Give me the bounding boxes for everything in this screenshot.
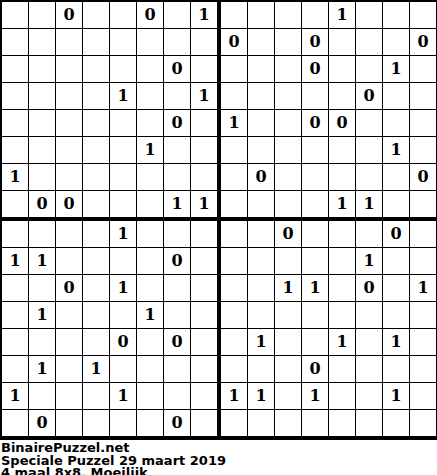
cell-top-left-r3c1[interactable]	[2, 56, 28, 82]
cell-bottom-right-r7c5[interactable]	[329, 383, 355, 409]
cell-bottom-right-r3c4: 1	[302, 275, 328, 301]
cell-top-left-r5c5[interactable]	[110, 110, 136, 136]
cell-bottom-left-r1c4[interactable]	[83, 221, 109, 247]
cell-bottom-left-r4c1[interactable]	[2, 302, 28, 328]
cell-top-left-r6c2[interactable]	[29, 137, 55, 163]
cell-bottom-right-r7c2: 1	[248, 383, 274, 409]
cell-bottom-left-r4c5[interactable]	[110, 302, 136, 328]
cell-top-left-r3c4[interactable]	[83, 56, 109, 82]
cell-top-left-r1c1[interactable]	[2, 2, 28, 28]
cell-bottom-right-r4c6[interactable]	[356, 302, 382, 328]
cell-bottom-left-r7c7[interactable]	[164, 383, 190, 409]
cell-bottom-right-r6c5[interactable]	[329, 356, 355, 382]
cell-bottom-left-r5c1[interactable]	[2, 329, 28, 355]
cell-bottom-right-r4c4[interactable]	[302, 302, 328, 328]
cell-top-left-r7c4[interactable]	[83, 164, 109, 190]
cell-top-right-r6c7: 1	[383, 137, 409, 163]
cell-bottom-right-r2c1[interactable]	[221, 248, 247, 274]
cell-bottom-right-r5c8[interactable]	[410, 329, 436, 355]
cell-bottom-left-r5c2[interactable]	[29, 329, 55, 355]
cell-bottom-right-r4c3[interactable]	[275, 302, 301, 328]
cell-top-left-r4c8: 1	[191, 83, 217, 109]
cell-bottom-left-r5c4[interactable]	[83, 329, 109, 355]
cell-top-left-r8c4[interactable]	[83, 191, 109, 217]
cell-top-left-r3c6[interactable]	[137, 56, 163, 82]
cell-top-right-r7c5[interactable]	[329, 164, 355, 190]
cell-top-left-r1c7[interactable]	[164, 2, 190, 28]
cell-bottom-right-r5c6[interactable]	[356, 329, 382, 355]
cell-bottom-left-r3c6[interactable]	[137, 275, 163, 301]
cell-top-right-r3c5[interactable]	[329, 56, 355, 82]
cell-top-right-r7c2: 0	[248, 164, 274, 190]
cell-top-left-r3c3[interactable]	[56, 56, 82, 82]
cell-top-left-r1c6: 0	[137, 2, 163, 28]
cell-top-left-r4c5: 1	[110, 83, 136, 109]
cell-top-right-r5c1: 1	[221, 110, 247, 136]
cell-top-left-r5c6[interactable]	[137, 110, 163, 136]
cell-bottom-left-r5c8[interactable]	[191, 329, 217, 355]
cell-bottom-right-r7c7: 1	[383, 383, 409, 409]
cell-top-right-r4c3[interactable]	[275, 83, 301, 109]
cell-top-right-r8c7[interactable]	[383, 191, 409, 217]
cell-bottom-left-r6c7[interactable]	[164, 356, 190, 382]
board-top-right: 100001010010011	[221, 2, 437, 221]
cell-bottom-right-r4c7[interactable]	[383, 302, 409, 328]
cell-top-right-r6c8[interactable]	[410, 137, 436, 163]
cell-top-left-r6c7[interactable]	[164, 137, 190, 163]
cell-top-right-r5c4: 0	[302, 110, 328, 136]
puzzle-format: 4 maal 8x8, Moeilijk	[1, 467, 437, 475]
cell-top-right-r2c4: 0	[302, 29, 328, 55]
cell-top-right-r3c7: 1	[383, 56, 409, 82]
cell-bottom-left-r3c8[interactable]	[191, 275, 217, 301]
cell-top-right-r8c8[interactable]	[410, 191, 436, 217]
cell-bottom-left-r3c3: 0	[56, 275, 82, 301]
board-bottom-right: 001110111101111	[221, 221, 437, 440]
cell-bottom-right-r8c2[interactable]	[248, 410, 274, 436]
cell-top-left-r2c6[interactable]	[137, 29, 163, 55]
cell-bottom-left-r3c1[interactable]	[2, 275, 28, 301]
cell-bottom-left-r1c8[interactable]	[191, 221, 217, 247]
cell-bottom-right-r3c2[interactable]	[248, 275, 274, 301]
cell-bottom-left-r2c1: 1	[2, 248, 28, 274]
cell-top-left-r8c7: 1	[164, 191, 190, 217]
cell-top-right-r3c8[interactable]	[410, 56, 436, 82]
cell-top-left-r1c8: 1	[191, 2, 217, 28]
cell-top-right-r1c1[interactable]	[221, 2, 247, 28]
cell-top-left-r5c7: 0	[164, 110, 190, 136]
cell-bottom-right-r1c6[interactable]	[356, 221, 382, 247]
cell-bottom-left-r6c1[interactable]	[2, 356, 28, 382]
board-bottom-left: 1110011100111100	[2, 221, 221, 440]
cell-top-right-r2c8: 0	[410, 29, 436, 55]
cell-bottom-right-r5c7: 1	[383, 329, 409, 355]
cell-top-right-r2c3[interactable]	[275, 29, 301, 55]
cell-top-right-r6c2[interactable]	[248, 137, 274, 163]
cell-top-left-r1c4[interactable]	[83, 2, 109, 28]
cell-top-right-r8c2[interactable]	[248, 191, 274, 217]
cell-bottom-left-r1c6[interactable]	[137, 221, 163, 247]
cell-top-right-r3c6[interactable]	[356, 56, 382, 82]
cell-bottom-left-r7c5: 1	[110, 383, 136, 409]
cell-top-right-r3c2[interactable]	[248, 56, 274, 82]
cell-top-left-r1c3: 0	[56, 2, 82, 28]
cell-top-right-r8c3[interactable]	[275, 191, 301, 217]
cell-top-right-r1c5: 1	[329, 2, 355, 28]
cell-top-right-r1c3[interactable]	[275, 2, 301, 28]
cell-top-left-r4c1[interactable]	[2, 83, 28, 109]
cell-bottom-right-r6c2[interactable]	[248, 356, 274, 382]
cell-top-left-r7c7[interactable]	[164, 164, 190, 190]
cell-bottom-right-r3c7[interactable]	[383, 275, 409, 301]
cell-bottom-right-r3c5[interactable]	[329, 275, 355, 301]
cell-top-left-r6c6: 1	[137, 137, 163, 163]
cell-top-left-r2c5[interactable]	[110, 29, 136, 55]
cell-top-left-r4c3[interactable]	[56, 83, 82, 109]
cell-bottom-right-r8c4[interactable]	[302, 410, 328, 436]
cell-bottom-right-r8c7[interactable]	[383, 410, 409, 436]
cell-bottom-left-r1c5: 1	[110, 221, 136, 247]
cell-bottom-left-r8c7: 0	[164, 410, 190, 436]
cell-bottom-left-r3c7[interactable]	[164, 275, 190, 301]
cell-top-right-r5c3[interactable]	[275, 110, 301, 136]
cell-bottom-left-r4c3[interactable]	[56, 302, 82, 328]
cell-top-left-r4c6[interactable]	[137, 83, 163, 109]
cell-top-left-r3c5[interactable]	[110, 56, 136, 82]
cell-top-right-r6c3[interactable]	[275, 137, 301, 163]
cell-bottom-left-r6c3[interactable]	[56, 356, 82, 382]
cell-bottom-left-r7c3[interactable]	[56, 383, 82, 409]
cell-bottom-right-r6c4: 0	[302, 356, 328, 382]
cell-top-right-r8c6: 1	[356, 191, 382, 217]
cell-top-right-r1c6[interactable]	[356, 2, 382, 28]
cell-bottom-right-r2c5[interactable]	[329, 248, 355, 274]
cell-top-right-r2c7[interactable]	[383, 29, 409, 55]
cell-bottom-right-r1c1[interactable]	[221, 221, 247, 247]
cell-top-right-r1c8[interactable]	[410, 2, 436, 28]
cell-bottom-left-r6c4: 1	[83, 356, 109, 382]
cell-top-right-r2c5[interactable]	[329, 29, 355, 55]
cell-bottom-left-r8c5[interactable]	[110, 410, 136, 436]
cell-bottom-left-r7c2[interactable]	[29, 383, 55, 409]
cell-top-left-r6c8[interactable]	[191, 137, 217, 163]
cell-bottom-left-r4c8[interactable]	[191, 302, 217, 328]
cell-bottom-right-r7c8[interactable]	[410, 383, 436, 409]
cell-bottom-right-r6c3[interactable]	[275, 356, 301, 382]
cell-top-left-r4c2[interactable]	[29, 83, 55, 109]
cell-bottom-left-r6c5[interactable]	[110, 356, 136, 382]
cell-top-left-r6c3[interactable]	[56, 137, 82, 163]
cell-top-right-r2c6[interactable]	[356, 29, 382, 55]
cell-top-right-r7c4[interactable]	[302, 164, 328, 190]
cell-top-left-r5c4[interactable]	[83, 110, 109, 136]
cell-bottom-left-r6c2: 1	[29, 356, 55, 382]
cell-bottom-left-r8c2: 0	[29, 410, 55, 436]
cell-bottom-right-r4c8[interactable]	[410, 302, 436, 328]
cell-bottom-left-r3c4[interactable]	[83, 275, 109, 301]
cell-top-left-r2c7[interactable]	[164, 29, 190, 55]
cell-top-right-r7c7[interactable]	[383, 164, 409, 190]
cell-bottom-left-r8c8[interactable]	[191, 410, 217, 436]
cell-bottom-right-r6c7[interactable]	[383, 356, 409, 382]
cell-bottom-left-r8c6[interactable]	[137, 410, 163, 436]
cell-top-right-r6c5[interactable]	[329, 137, 355, 163]
page: 0010110110011 100001010010011 1110011100…	[0, 0, 437, 475]
cell-top-right-r2c1: 0	[221, 29, 247, 55]
cell-top-left-r2c8[interactable]	[191, 29, 217, 55]
cell-bottom-right-r3c1[interactable]	[221, 275, 247, 301]
cell-bottom-right-r1c4[interactable]	[302, 221, 328, 247]
cell-bottom-left-r5c3[interactable]	[56, 329, 82, 355]
cell-bottom-left-r2c8[interactable]	[191, 248, 217, 274]
cell-top-right-r5c7[interactable]	[383, 110, 409, 136]
cell-top-right-r8c5: 1	[329, 191, 355, 217]
cell-bottom-right-r2c6: 1	[356, 248, 382, 274]
cell-bottom-left-r4c6: 1	[137, 302, 163, 328]
cell-top-right-r4c1[interactable]	[221, 83, 247, 109]
cell-bottom-right-r3c8: 1	[410, 275, 436, 301]
cell-bottom-right-r5c5: 1	[329, 329, 355, 355]
cell-top-left-r5c2[interactable]	[29, 110, 55, 136]
cell-bottom-right-r4c1[interactable]	[221, 302, 247, 328]
cell-bottom-right-r1c5[interactable]	[329, 221, 355, 247]
cell-top-left-r6c4[interactable]	[83, 137, 109, 163]
cell-top-left-r8c5[interactable]	[110, 191, 136, 217]
cell-top-right-r4c5[interactable]	[329, 83, 355, 109]
cell-bottom-left-r4c7[interactable]	[164, 302, 190, 328]
board-top-left: 0010110110011	[2, 2, 221, 221]
cell-bottom-right-r6c6[interactable]	[356, 356, 382, 382]
cell-top-left-r4c4[interactable]	[83, 83, 109, 109]
cell-bottom-left-r6c6[interactable]	[137, 356, 163, 382]
cell-bottom-right-r8c5[interactable]	[329, 410, 355, 436]
cell-bottom-right-r1c8[interactable]	[410, 221, 436, 247]
cell-top-right-r3c4: 0	[302, 56, 328, 82]
cell-bottom-right-r6c1[interactable]	[221, 356, 247, 382]
cell-top-left-r4c7[interactable]	[164, 83, 190, 109]
cell-top-right-r8c4[interactable]	[302, 191, 328, 217]
cell-bottom-right-r8c6[interactable]	[356, 410, 382, 436]
cell-bottom-right-r7c3[interactable]	[275, 383, 301, 409]
cell-top-right-r4c8[interactable]	[410, 83, 436, 109]
cell-bottom-left-r1c3[interactable]	[56, 221, 82, 247]
cell-top-left-r2c2[interactable]	[29, 29, 55, 55]
cell-bottom-right-r1c2[interactable]	[248, 221, 274, 247]
cell-bottom-left-r6c8[interactable]	[191, 356, 217, 382]
cell-bottom-left-r2c3[interactable]	[56, 248, 82, 274]
cell-top-left-r8c1[interactable]	[2, 191, 28, 217]
cell-top-right-r1c4[interactable]	[302, 2, 328, 28]
cell-bottom-right-r5c4[interactable]	[302, 329, 328, 355]
cell-bottom-right-r2c2[interactable]	[248, 248, 274, 274]
cell-top-left-r8c6[interactable]	[137, 191, 163, 217]
cell-bottom-right-r1c3: 0	[275, 221, 301, 247]
cell-bottom-right-r6c8[interactable]	[410, 356, 436, 382]
cell-bottom-right-r1c7: 0	[383, 221, 409, 247]
cell-top-left-r1c5[interactable]	[110, 2, 136, 28]
cell-top-left-r7c8[interactable]	[191, 164, 217, 190]
cell-top-right-r2c2[interactable]	[248, 29, 274, 55]
cell-top-left-r7c5[interactable]	[110, 164, 136, 190]
cell-bottom-left-r7c8[interactable]	[191, 383, 217, 409]
cell-top-left-r6c1[interactable]	[2, 137, 28, 163]
cell-bottom-left-r3c5: 1	[110, 275, 136, 301]
cell-bottom-left-r2c7: 0	[164, 248, 190, 274]
cell-top-right-r4c4[interactable]	[302, 83, 328, 109]
cell-top-right-r7c8: 0	[410, 164, 436, 190]
cell-top-right-r3c1[interactable]	[221, 56, 247, 82]
cell-bottom-left-r2c4[interactable]	[83, 248, 109, 274]
puzzle-grid: 0010110110011 100001010010011 1110011100…	[0, 0, 437, 440]
cell-top-right-r6c1[interactable]	[221, 137, 247, 163]
cell-bottom-right-r3c6: 0	[356, 275, 382, 301]
cell-top-left-r8c2: 0	[29, 191, 55, 217]
cell-bottom-right-r8c1[interactable]	[221, 410, 247, 436]
cell-bottom-right-r2c7[interactable]	[383, 248, 409, 274]
cell-bottom-right-r5c3[interactable]	[275, 329, 301, 355]
cell-bottom-right-r2c3[interactable]	[275, 248, 301, 274]
cell-top-left-r7c3[interactable]	[56, 164, 82, 190]
cell-top-right-r8c1[interactable]	[221, 191, 247, 217]
cell-top-left-r6c5[interactable]	[110, 137, 136, 163]
cell-top-right-r7c1[interactable]	[221, 164, 247, 190]
cell-top-left-r7c1: 1	[2, 164, 28, 190]
cell-top-right-r7c6[interactable]	[356, 164, 382, 190]
cell-bottom-right-r8c3[interactable]	[275, 410, 301, 436]
cell-top-right-r5c6[interactable]	[356, 110, 382, 136]
cell-bottom-right-r5c1[interactable]	[221, 329, 247, 355]
cell-top-left-r3c8[interactable]	[191, 56, 217, 82]
cell-bottom-left-r8c4[interactable]	[83, 410, 109, 436]
cell-bottom-left-r2c2: 1	[29, 248, 55, 274]
cell-bottom-left-r3c2[interactable]	[29, 275, 55, 301]
cell-top-right-r5c2[interactable]	[248, 110, 274, 136]
cell-bottom-right-r2c8[interactable]	[410, 248, 436, 274]
cell-bottom-right-r8c8[interactable]	[410, 410, 436, 436]
cell-bottom-right-r5c2: 1	[248, 329, 274, 355]
cell-bottom-left-r7c4[interactable]	[83, 383, 109, 409]
cell-bottom-left-r8c3[interactable]	[56, 410, 82, 436]
cell-bottom-left-r4c4[interactable]	[83, 302, 109, 328]
cell-bottom-left-r7c6[interactable]	[137, 383, 163, 409]
cell-bottom-left-r2c5[interactable]	[110, 248, 136, 274]
cell-bottom-left-r5c7: 0	[164, 329, 190, 355]
cell-bottom-left-r1c1[interactable]	[2, 221, 28, 247]
cell-top-left-r5c3[interactable]	[56, 110, 82, 136]
cell-bottom-left-r4c2: 1	[29, 302, 55, 328]
cell-top-right-r1c7[interactable]	[383, 2, 409, 28]
cell-bottom-right-r4c5[interactable]	[329, 302, 355, 328]
cell-bottom-left-r1c7[interactable]	[164, 221, 190, 247]
cell-top-left-r8c8: 1	[191, 191, 217, 217]
cell-bottom-right-r4c2[interactable]	[248, 302, 274, 328]
cell-top-right-r4c6: 0	[356, 83, 382, 109]
cell-top-left-r2c4[interactable]	[83, 29, 109, 55]
cell-top-left-r8c3: 0	[56, 191, 82, 217]
cell-top-left-r5c8[interactable]	[191, 110, 217, 136]
cell-top-right-r6c6[interactable]	[356, 137, 382, 163]
cell-top-left-r7c2[interactable]	[29, 164, 55, 190]
cell-bottom-left-r1c2[interactable]	[29, 221, 55, 247]
cell-bottom-left-r5c5: 0	[110, 329, 136, 355]
cell-top-left-r2c3[interactable]	[56, 29, 82, 55]
cell-top-left-r2c1[interactable]	[2, 29, 28, 55]
cell-bottom-right-r7c6[interactable]	[356, 383, 382, 409]
cell-top-right-r6c4[interactable]	[302, 137, 328, 163]
cell-top-right-r3c3[interactable]	[275, 56, 301, 82]
cell-bottom-right-r3c3: 1	[275, 275, 301, 301]
cell-top-right-r7c3[interactable]	[275, 164, 301, 190]
cell-bottom-right-r2c4[interactable]	[302, 248, 328, 274]
cell-top-left-r3c7: 0	[164, 56, 190, 82]
cell-top-left-r5c1[interactable]	[2, 110, 28, 136]
cell-top-right-r4c2[interactable]	[248, 83, 274, 109]
cell-top-right-r5c5: 0	[329, 110, 355, 136]
cell-bottom-right-r7c1: 1	[221, 383, 247, 409]
cell-bottom-left-r7c1: 1	[2, 383, 28, 409]
cell-bottom-right-r7c4: 1	[302, 383, 328, 409]
cell-top-left-r3c2[interactable]	[29, 56, 55, 82]
cell-top-right-r1c2[interactable]	[248, 2, 274, 28]
footer: BinairePuzzel.net Speciale Puzzel 29 maa…	[0, 440, 437, 475]
cell-top-right-r4c7[interactable]	[383, 83, 409, 109]
cell-bottom-left-r8c1[interactable]	[2, 410, 28, 436]
cell-bottom-left-r2c6[interactable]	[137, 248, 163, 274]
cell-top-left-r1c2[interactable]	[29, 2, 55, 28]
cell-top-right-r5c8[interactable]	[410, 110, 436, 136]
cell-bottom-left-r5c6[interactable]	[137, 329, 163, 355]
cell-top-left-r7c6[interactable]	[137, 164, 163, 190]
